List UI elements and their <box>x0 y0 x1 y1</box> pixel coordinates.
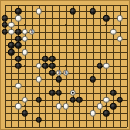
go-board[interactable]: 536 <box>0 0 130 130</box>
black-stone[interactable] <box>49 63 55 69</box>
black-stone[interactable] <box>15 8 21 14</box>
black-stone[interactable] <box>42 56 48 62</box>
white-stone[interactable] <box>35 76 41 82</box>
move-number-label: 3 <box>58 70 60 74</box>
white-stone[interactable] <box>22 49 28 55</box>
black-stone[interactable] <box>15 63 21 69</box>
black-stone[interactable] <box>49 90 55 96</box>
white-stone[interactable] <box>22 96 28 102</box>
white-stone[interactable] <box>8 29 14 35</box>
grid-line-vertical <box>93 5 94 127</box>
grid-line-horizontal <box>5 86 127 87</box>
black-stone[interactable] <box>96 63 102 69</box>
white-stone[interactable] <box>15 15 21 21</box>
black-stone[interactable] <box>110 90 116 96</box>
white-stone[interactable] <box>110 29 116 35</box>
grid-line-vertical <box>127 5 128 127</box>
star-point <box>24 65 26 67</box>
white-stone[interactable] <box>103 63 109 69</box>
black-stone[interactable] <box>35 96 41 102</box>
grid-line-vertical <box>120 5 121 127</box>
white-stone[interactable] <box>15 103 21 109</box>
white-stone[interactable] <box>90 110 96 116</box>
black-stone[interactable] <box>15 29 21 35</box>
white-stone[interactable]: 6 <box>63 69 69 75</box>
white-stone[interactable]: 3 <box>56 69 62 75</box>
white-stone[interactable] <box>22 35 28 41</box>
white-stone[interactable] <box>56 103 62 109</box>
black-stone[interactable] <box>103 110 109 116</box>
white-stone[interactable] <box>96 103 102 109</box>
star-point <box>65 65 67 67</box>
black-stone[interactable] <box>56 76 62 82</box>
black-stone[interactable] <box>15 56 21 62</box>
black-stone[interactable] <box>103 15 109 21</box>
white-stone[interactable]: 5 <box>29 29 35 35</box>
white-stone[interactable] <box>103 96 109 102</box>
grid-line-horizontal <box>5 93 127 94</box>
grid-line-horizontal <box>5 120 127 121</box>
black-stone[interactable] <box>15 42 21 48</box>
black-stone[interactable] <box>117 96 123 102</box>
white-stone[interactable] <box>117 35 123 41</box>
black-stone[interactable] <box>69 8 75 14</box>
black-stone[interactable] <box>35 117 41 123</box>
black-stone[interactable] <box>22 110 28 116</box>
black-stone[interactable] <box>90 76 96 82</box>
last-move-dot-marker <box>71 92 73 94</box>
grid-line-horizontal <box>5 127 127 128</box>
white-stone[interactable] <box>22 29 28 35</box>
black-stone[interactable] <box>1 15 7 21</box>
star-point <box>65 24 67 26</box>
black-stone[interactable] <box>49 69 55 75</box>
black-stone[interactable] <box>76 96 82 102</box>
black-stone[interactable] <box>49 56 55 62</box>
black-stone[interactable] <box>15 35 21 41</box>
move-number-label: 5 <box>31 30 33 34</box>
black-stone[interactable] <box>56 90 62 96</box>
black-stone[interactable] <box>1 22 7 28</box>
star-point <box>105 105 107 107</box>
grid-line-vertical <box>86 5 87 127</box>
black-stone[interactable] <box>69 96 75 102</box>
star-point <box>105 24 107 26</box>
star-point <box>24 24 26 26</box>
black-stone[interactable] <box>110 103 116 109</box>
move-number-label: 6 <box>65 70 67 74</box>
go-board-screenshot: 536 <box>0 0 130 130</box>
black-stone[interactable] <box>8 42 14 48</box>
white-stone[interactable] <box>69 90 75 96</box>
star-point <box>24 105 26 107</box>
grid-line-vertical <box>79 5 80 127</box>
white-stone[interactable] <box>15 83 21 89</box>
white-stone[interactable] <box>35 8 41 14</box>
white-stone[interactable] <box>8 22 14 28</box>
black-stone[interactable] <box>90 8 96 14</box>
black-stone[interactable] <box>42 63 48 69</box>
white-stone[interactable] <box>35 63 41 69</box>
black-stone[interactable] <box>1 29 7 35</box>
grid-line-vertical <box>73 5 74 127</box>
grid-line-horizontal <box>5 79 127 80</box>
white-stone[interactable] <box>63 103 69 109</box>
white-stone[interactable] <box>117 15 123 21</box>
black-stone[interactable] <box>8 49 14 55</box>
